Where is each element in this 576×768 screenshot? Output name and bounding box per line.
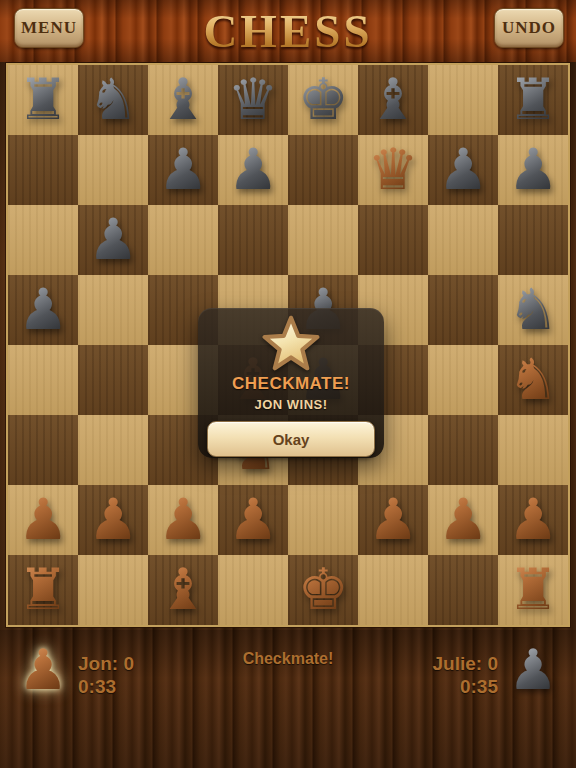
square-h7[interactable]: ♟ — [498, 135, 568, 205]
piece-white-pawn[interactable]: ♟ — [218, 485, 288, 555]
square-d8[interactable]: ♛ — [218, 65, 288, 135]
right-player-info: Julie: 0 0:35 — [433, 652, 498, 698]
piece-black-bishop[interactable]: ♝ — [148, 65, 218, 135]
square-f6[interactable] — [358, 205, 428, 275]
piece-white-rook[interactable]: ♜ — [498, 555, 568, 625]
square-c7[interactable]: ♟ — [148, 135, 218, 205]
square-h2[interactable]: ♟ — [498, 485, 568, 555]
square-d6[interactable] — [218, 205, 288, 275]
dialog-subtitle: JON WINS! — [254, 397, 327, 412]
star-icon — [261, 314, 321, 372]
piece-white-pawn[interactable]: ♟ — [148, 485, 218, 555]
square-a3[interactable] — [8, 415, 78, 485]
square-a4[interactable] — [8, 345, 78, 415]
square-b8[interactable]: ♞ — [78, 65, 148, 135]
square-b6[interactable]: ♟ — [78, 205, 148, 275]
square-c1[interactable]: ♝ — [148, 555, 218, 625]
piece-white-king[interactable]: ♚ — [288, 555, 358, 625]
piece-black-rook[interactable]: ♜ — [498, 65, 568, 135]
square-e2[interactable] — [288, 485, 358, 555]
piece-white-queen[interactable]: ♛ — [358, 135, 428, 205]
square-g4[interactable] — [428, 345, 498, 415]
piece-black-pawn[interactable]: ♟ — [498, 135, 568, 205]
square-g1[interactable] — [428, 555, 498, 625]
piece-black-pawn[interactable]: ♟ — [78, 205, 148, 275]
square-a1[interactable]: ♜ — [8, 555, 78, 625]
square-b1[interactable] — [78, 555, 148, 625]
undo-button[interactable]: UNDO — [494, 8, 564, 48]
square-e7[interactable] — [288, 135, 358, 205]
piece-black-bishop[interactable]: ♝ — [358, 65, 428, 135]
square-f2[interactable]: ♟ — [358, 485, 428, 555]
piece-black-pawn[interactable]: ♟ — [148, 135, 218, 205]
piece-white-pawn[interactable]: ♟ — [498, 485, 568, 555]
square-a7[interactable] — [8, 135, 78, 205]
piece-white-bishop[interactable]: ♝ — [148, 555, 218, 625]
square-g7[interactable]: ♟ — [428, 135, 498, 205]
piece-white-pawn[interactable]: ♟ — [8, 485, 78, 555]
square-b3[interactable] — [78, 415, 148, 485]
square-c6[interactable] — [148, 205, 218, 275]
square-g5[interactable] — [428, 275, 498, 345]
chess-app: CHESS MENU UNDO ♜♞♝♛♚♝♜♟♟♛♟♟♟♟♟♞♝♟♞♞♟♟♟♟… — [0, 0, 576, 768]
square-a6[interactable] — [8, 205, 78, 275]
square-g6[interactable] — [428, 205, 498, 275]
square-a8[interactable]: ♜ — [8, 65, 78, 135]
piece-black-knight[interactable]: ♞ — [498, 275, 568, 345]
square-c2[interactable]: ♟ — [148, 485, 218, 555]
square-h8[interactable]: ♜ — [498, 65, 568, 135]
left-player-time: 0:33 — [78, 675, 134, 698]
piece-black-pawn[interactable]: ♟ — [218, 135, 288, 205]
piece-black-knight[interactable]: ♞ — [78, 65, 148, 135]
square-b5[interactable] — [78, 275, 148, 345]
white-pawn-icon: ♟ — [16, 638, 70, 704]
square-a2[interactable]: ♟ — [8, 485, 78, 555]
square-f1[interactable] — [358, 555, 428, 625]
square-e6[interactable] — [288, 205, 358, 275]
square-b7[interactable] — [78, 135, 148, 205]
square-d2[interactable]: ♟ — [218, 485, 288, 555]
piece-white-pawn[interactable]: ♟ — [358, 485, 428, 555]
square-h5[interactable]: ♞ — [498, 275, 568, 345]
square-e8[interactable]: ♚ — [288, 65, 358, 135]
checkmate-dialog: CHECKMATE! JON WINS! Okay — [198, 308, 384, 458]
status-bar: ♟ Jon: 0 0:33 Checkmate! Julie: 0 0:35 ♟ — [0, 630, 576, 768]
piece-white-pawn[interactable]: ♟ — [428, 485, 498, 555]
square-d7[interactable]: ♟ — [218, 135, 288, 205]
square-g3[interactable] — [428, 415, 498, 485]
piece-white-knight[interactable]: ♞ — [498, 345, 568, 415]
piece-black-king[interactable]: ♚ — [288, 65, 358, 135]
right-player-score: Julie: 0 — [433, 652, 498, 675]
square-a5[interactable]: ♟ — [8, 275, 78, 345]
square-b4[interactable] — [78, 345, 148, 415]
okay-button[interactable]: Okay — [207, 421, 375, 457]
square-c8[interactable]: ♝ — [148, 65, 218, 135]
dialog-title: CHECKMATE! — [232, 374, 350, 394]
square-g8[interactable] — [428, 65, 498, 135]
top-bar: CHESS MENU UNDO — [0, 0, 576, 62]
square-h4[interactable]: ♞ — [498, 345, 568, 415]
square-f7[interactable]: ♛ — [358, 135, 428, 205]
right-player-time: 0:35 — [433, 675, 498, 698]
piece-black-pawn[interactable]: ♟ — [428, 135, 498, 205]
piece-black-queen[interactable]: ♛ — [218, 65, 288, 135]
black-pawn-icon: ♟ — [506, 638, 560, 704]
square-d1[interactable] — [218, 555, 288, 625]
piece-white-rook[interactable]: ♜ — [8, 555, 78, 625]
app-title: CHESS — [0, 0, 576, 62]
menu-button[interactable]: MENU — [14, 8, 84, 48]
square-f8[interactable]: ♝ — [358, 65, 428, 135]
square-h3[interactable] — [498, 415, 568, 485]
square-e1[interactable]: ♚ — [288, 555, 358, 625]
piece-black-rook[interactable]: ♜ — [8, 65, 78, 135]
piece-white-pawn[interactable]: ♟ — [78, 485, 148, 555]
square-h1[interactable]: ♜ — [498, 555, 568, 625]
piece-black-pawn[interactable]: ♟ — [8, 275, 78, 345]
square-b2[interactable]: ♟ — [78, 485, 148, 555]
square-g2[interactable]: ♟ — [428, 485, 498, 555]
square-h6[interactable] — [498, 205, 568, 275]
